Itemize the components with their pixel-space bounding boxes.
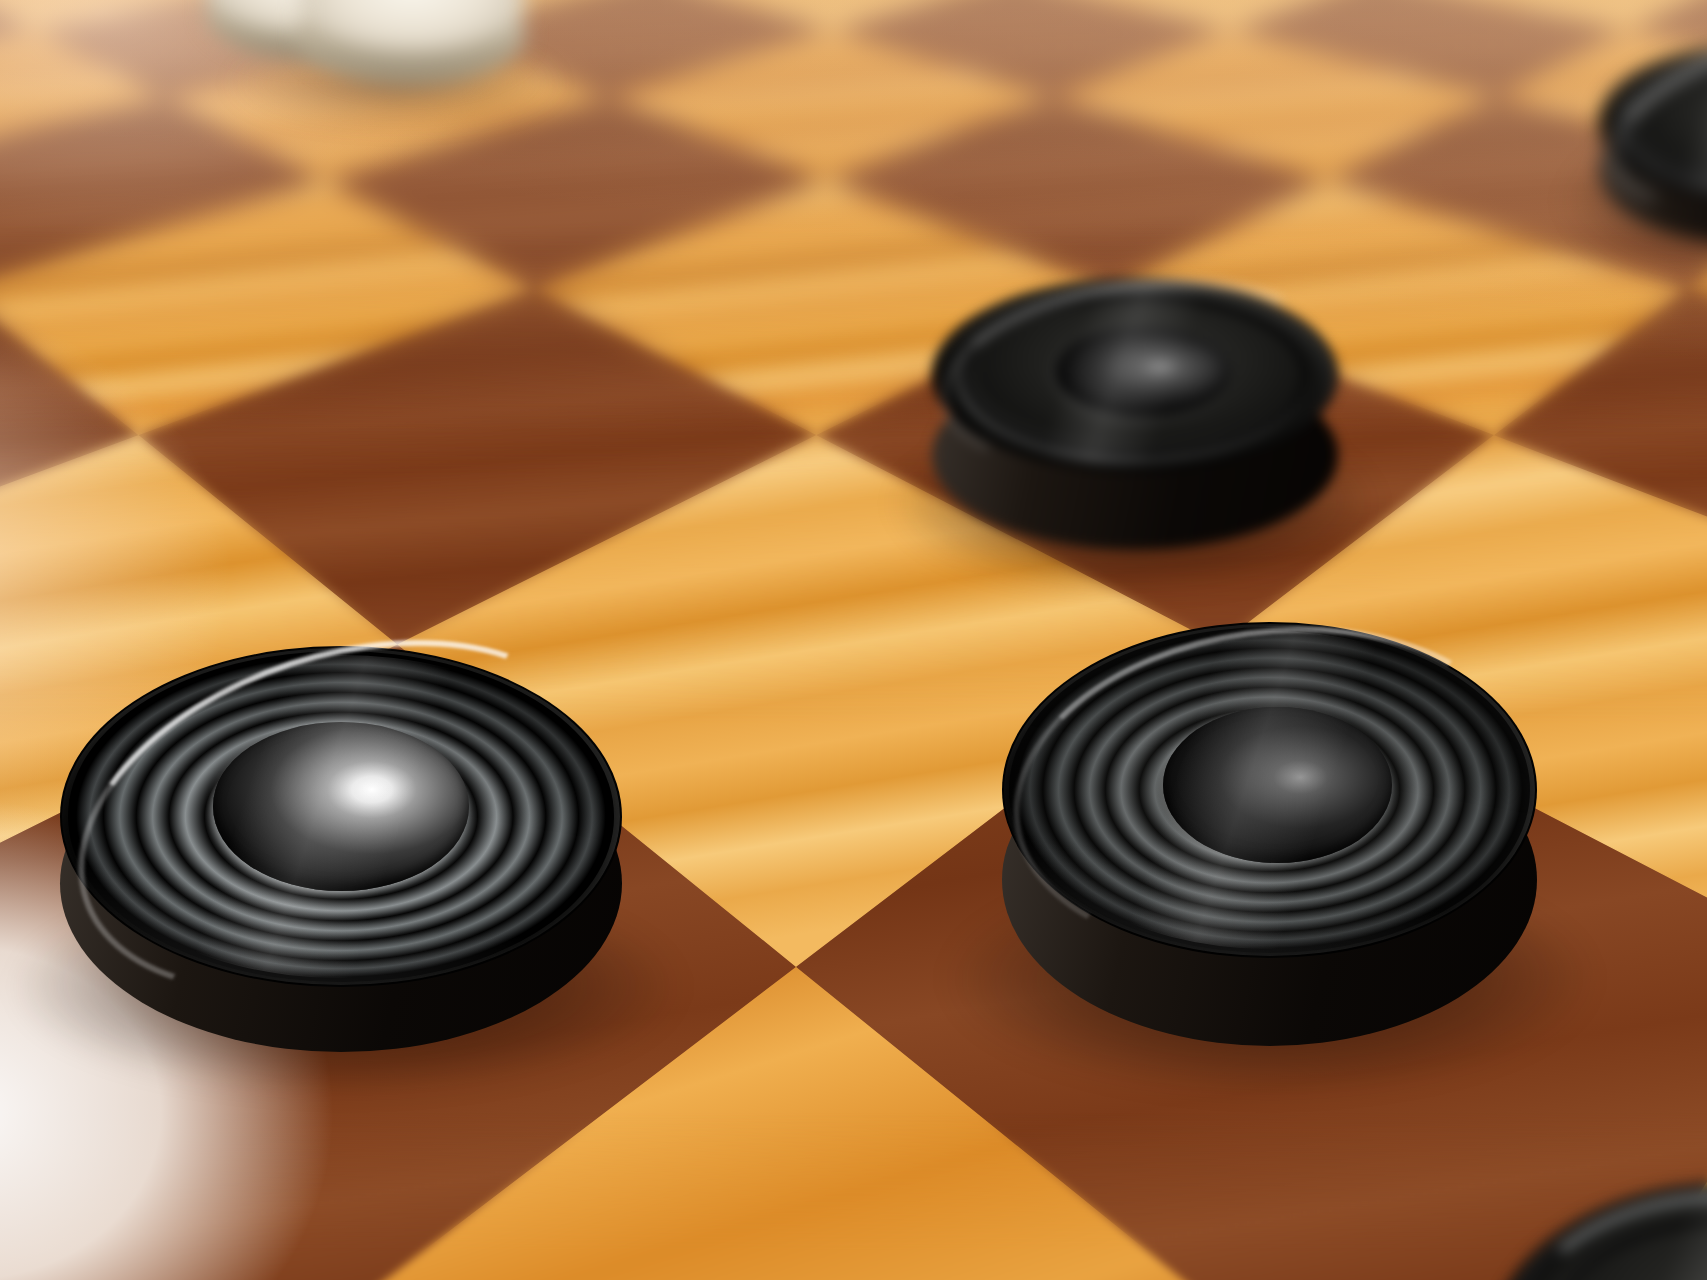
checker-top-face	[60, 646, 622, 987]
checkers-photo-stage: Low-angle close-up of a wooden checkers …	[0, 0, 1707, 1280]
checker-sheen	[1015, 631, 1525, 950]
checker-sheen	[942, 284, 1328, 466]
checker-top-face	[1488, 1182, 1707, 1280]
checker-top-face	[1002, 622, 1537, 958]
checker-black-e1	[1488, 1182, 1707, 1280]
checker-black-e3	[932, 278, 1338, 550]
checker-black-d2	[1002, 622, 1537, 1046]
checker-top-face	[932, 278, 1338, 472]
checker-black-c3	[60, 646, 622, 1052]
checker-sheen	[1500, 1191, 1707, 1280]
checker-black-g3	[1599, 46, 1707, 244]
checker-white-e7	[298, 0, 526, 86]
checker-sheen	[73, 655, 609, 979]
